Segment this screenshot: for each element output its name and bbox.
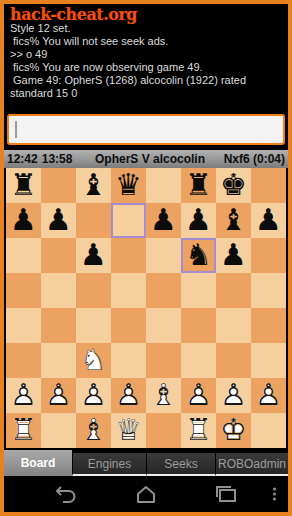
piece-black-pawn: ♟ [216,238,251,273]
square-a7[interactable]: ♟ [6,203,41,238]
piece-white-pawn: ♟♙ [111,378,146,413]
black-clock: 13:58 [42,152,73,166]
square-a5[interactable] [6,273,41,308]
square-f2[interactable]: ♟♙ [181,378,216,413]
console-line: Style 12 set. [10,22,282,35]
square-e3[interactable] [146,343,181,378]
last-move-label: Nxf6 (0:04) [224,152,285,166]
square-g1[interactable]: ♚♔ [216,413,251,448]
square-h6[interactable] [251,238,286,273]
square-e7[interactable]: ♟ [146,203,181,238]
square-g7[interactable]: ♝ [216,203,251,238]
square-e4[interactable] [146,308,181,343]
piece-black-rook: ♜ [6,168,41,203]
piece-black-bishop: ♝ [76,168,111,203]
white-clock: 12:42 [7,152,38,166]
piece-black-pawn: ♟ [181,203,216,238]
square-e1[interactable] [146,413,181,448]
square-h1[interactable] [251,413,286,448]
square-c2[interactable]: ♟♙ [76,378,111,413]
piece-black-pawn: ♟ [146,203,181,238]
home-icon[interactable] [134,485,158,503]
piece-black-bishop: ♝ [216,203,251,238]
piece-white-pawn: ♟♙ [181,378,216,413]
square-c5[interactable] [76,273,111,308]
piece-white-queen: ♛♕ [111,413,146,448]
piece-black-rook: ♜ [181,168,216,203]
square-d7[interactable] [111,203,146,238]
square-g8[interactable]: ♚ [216,168,251,203]
square-b4[interactable] [41,308,76,343]
square-d1[interactable]: ♛♕ [111,413,146,448]
square-a3[interactable] [6,343,41,378]
square-e6[interactable] [146,238,181,273]
square-g4[interactable] [216,308,251,343]
players-label: OpherS V alcocolin [95,152,205,166]
square-d2[interactable]: ♟♙ [111,378,146,413]
fics-console: hack-cheat.org Style 12 set. fics% You w… [4,4,288,114]
console-line: standard 15 0 [10,87,282,100]
piece-white-pawn: ♟♙ [216,378,251,413]
command-input-row [7,114,285,145]
app-window: hack-cheat.org Style 12 set. fics% You w… [0,0,292,516]
piece-white-king: ♚♔ [216,413,251,448]
piece-black-pawn: ♟ [251,203,286,238]
square-d6[interactable] [111,238,146,273]
square-d8[interactable]: ♛ [111,168,146,203]
game-header-bar: 12:4213:58 OpherS V alcocolin Nxf6 (0:04… [4,150,288,168]
piece-white-bishop: ♝♗ [76,413,111,448]
console-line: fics% You will not see seek ads. [10,35,282,48]
piece-black-pawn: ♟ [41,203,76,238]
square-d4[interactable] [111,308,146,343]
piece-black-king: ♚ [216,168,251,203]
board-wrap: ♜♝♛♜♚♟♟♟♟♝♟♟♞♟♞♘♟♙♟♙♟♙♟♙♝♗♟♙♟♙♟♙♜♖♝♗♛♕♜♖… [4,168,288,450]
square-e2[interactable]: ♝♗ [146,378,181,413]
square-g3[interactable] [216,343,251,378]
piece-black-pawn: ♟ [6,203,41,238]
square-c1[interactable]: ♝♗ [76,413,111,448]
console-line: fics% You are now observing game 49. [10,61,282,74]
square-h5[interactable] [251,273,286,308]
square-h4[interactable] [251,308,286,343]
square-b8[interactable] [41,168,76,203]
square-b3[interactable] [41,343,76,378]
console-line: >> o 49 [10,48,282,61]
clocks: 12:4213:58 [7,152,76,166]
piece-white-pawn: ♟♙ [76,378,111,413]
console-line: Game 49: OpherS (1268) alcocolin (1922) … [10,74,282,87]
square-b2[interactable]: ♟♙ [41,378,76,413]
square-b7[interactable]: ♟ [41,203,76,238]
square-h7[interactable]: ♟ [251,203,286,238]
piece-white-knight: ♞♘ [76,343,111,378]
square-h3[interactable] [251,343,286,378]
square-g5[interactable] [216,273,251,308]
tab-seeks[interactable]: Seeks [146,453,215,476]
console-lines: Style 12 set. fics% You will not see see… [10,22,282,100]
android-nav-bar [4,476,288,512]
square-h8[interactable] [251,168,286,203]
square-a8[interactable]: ♜ [6,168,41,203]
square-f3[interactable] [181,343,216,378]
square-a2[interactable]: ♟♙ [6,378,41,413]
square-a6[interactable] [6,238,41,273]
piece-white-rook: ♜♖ [181,413,216,448]
watermark-text: hack-cheat.org [10,7,282,22]
square-c8[interactable]: ♝ [76,168,111,203]
tab-bar: BoardEnginesSeeksROBOadmin [4,450,288,476]
tab-engines[interactable]: Engines [72,453,146,476]
recents-icon[interactable] [214,485,238,503]
square-h2[interactable]: ♟♙ [251,378,286,413]
square-c3[interactable]: ♞♘ [76,343,111,378]
square-f4[interactable] [181,308,216,343]
piece-white-pawn: ♟♙ [41,378,76,413]
square-f5[interactable] [181,273,216,308]
square-d5[interactable] [111,273,146,308]
chess-board: ♜♝♛♜♚♟♟♟♟♝♟♟♞♟♞♘♟♙♟♙♟♙♟♙♝♗♟♙♟♙♟♙♜♖♝♗♛♕♜♖… [6,168,286,448]
square-c4[interactable] [76,308,111,343]
square-g6[interactable]: ♟ [216,238,251,273]
square-f8[interactable]: ♜ [181,168,216,203]
square-d3[interactable] [111,343,146,378]
square-b6[interactable] [41,238,76,273]
command-input[interactable] [7,114,285,145]
tab-roboadmin[interactable]: ROBOadmin [215,453,288,476]
piece-white-pawn: ♟♙ [251,378,286,413]
square-f6[interactable]: ♞ [181,238,216,273]
square-b5[interactable] [41,273,76,308]
piece-white-pawn: ♟♙ [6,378,41,413]
square-c6[interactable]: ♟ [76,238,111,273]
square-e5[interactable] [146,273,181,308]
back-icon[interactable] [54,485,78,503]
square-c7[interactable] [76,203,111,238]
square-b1[interactable] [41,413,76,448]
square-f7[interactable]: ♟ [181,203,216,238]
text-cursor [15,121,17,138]
overflow-icon[interactable] [273,486,276,503]
square-g2[interactable]: ♟♙ [216,378,251,413]
tab-board[interactable]: Board [4,450,72,476]
square-a4[interactable] [6,308,41,343]
square-f1[interactable]: ♜♖ [181,413,216,448]
piece-black-pawn: ♟ [76,238,111,273]
piece-black-queen: ♛ [111,168,146,203]
piece-black-knight: ♞ [181,238,216,273]
square-e8[interactable] [146,168,181,203]
piece-white-bishop: ♝♗ [146,378,181,413]
piece-white-rook: ♜♖ [6,413,41,448]
square-a1[interactable]: ♜♖ [6,413,41,448]
